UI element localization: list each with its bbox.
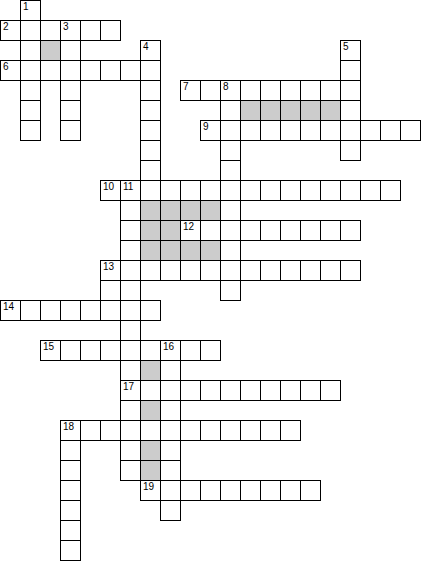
letter-cell-r21-c8[interactable] — [160, 420, 181, 441]
blocked-cell-r5-c14 — [280, 100, 301, 121]
letter-cell-r7-c17[interactable] — [340, 140, 361, 161]
letter-cell-r9-c11[interactable] — [220, 180, 241, 201]
clue-number-8: 8 — [223, 82, 229, 92]
letter-cell-r2-c3[interactable] — [60, 40, 81, 61]
letter-cell-r3-c7[interactable] — [140, 60, 161, 81]
letter-cell-r9-c9[interactable] — [180, 180, 201, 201]
letter-cell-r5-c3[interactable] — [60, 100, 81, 121]
letter-cell-r14-c11[interactable] — [220, 280, 241, 301]
letter-cell-r6-c15[interactable] — [300, 120, 321, 141]
letter-cell-r12-c6[interactable] — [120, 240, 141, 261]
letter-cell-r15-c1[interactable] — [20, 300, 41, 321]
letter-cell-r19-c12[interactable] — [240, 380, 261, 401]
letter-cell-r24-c10[interactable] — [200, 480, 221, 501]
letter-cell-r13-c11[interactable] — [220, 260, 241, 281]
letter-cell-r11-c10[interactable] — [200, 220, 221, 241]
letter-cell-r4-c7[interactable] — [140, 80, 161, 101]
letter-cell-r21-c12[interactable] — [240, 420, 261, 441]
letter-cell-r24-c11[interactable] — [220, 480, 241, 501]
letter-cell-r7-c7[interactable] — [140, 140, 161, 161]
letter-cell-r22-c6[interactable] — [120, 440, 141, 461]
clue-number-16: 16 — [163, 342, 174, 352]
letter-cell-r5-c11[interactable] — [220, 100, 241, 121]
letter-cell-r13-c7[interactable] — [140, 260, 161, 281]
clue-number-7: 7 — [183, 82, 189, 92]
letter-cell-r9-c13[interactable] — [260, 180, 281, 201]
letter-cell-r9-c7[interactable] — [140, 180, 161, 201]
letter-cell-r10-c6[interactable] — [120, 200, 141, 221]
clue-number-19: 19 — [143, 482, 154, 492]
letter-cell-r5-c7[interactable] — [140, 100, 161, 121]
letter-cell-r9-c12[interactable] — [240, 180, 261, 201]
letter-cell-r4-c11[interactable]: 8 — [220, 80, 241, 101]
letter-cell-r23-c3[interactable] — [60, 460, 81, 481]
clue-number-14: 14 — [3, 302, 14, 312]
letter-cell-r9-c16[interactable] — [320, 180, 341, 201]
blocked-cell-r11-c7 — [140, 220, 161, 241]
letter-cell-r19-c16[interactable] — [320, 380, 341, 401]
letter-cell-r21-c9[interactable] — [180, 420, 201, 441]
letter-cell-r17-c9[interactable] — [180, 340, 201, 361]
clue-number-3: 3 — [63, 22, 69, 32]
letter-cell-r6-c1[interactable] — [20, 120, 41, 141]
clue-number-1: 1 — [23, 2, 29, 12]
blocked-cell-r2-c2 — [40, 40, 61, 61]
letter-cell-r17-c6[interactable] — [120, 340, 141, 361]
letter-cell-r3-c4[interactable] — [80, 60, 101, 81]
letter-cell-r15-c6[interactable] — [120, 300, 141, 321]
blocked-cell-r5-c15 — [300, 100, 321, 121]
letter-cell-r24-c14[interactable] — [280, 480, 301, 501]
letter-cell-r1-c5[interactable] — [100, 20, 121, 41]
letter-cell-r11-c14[interactable] — [280, 220, 301, 241]
letter-cell-r4-c9[interactable]: 7 — [180, 80, 201, 101]
letter-cell-r6-c19[interactable] — [380, 120, 401, 141]
letter-cell-r7-c11[interactable] — [220, 140, 241, 161]
letter-cell-r23-c6[interactable] — [120, 460, 141, 481]
letter-cell-r20-c6[interactable] — [120, 400, 141, 421]
letter-cell-r11-c11[interactable] — [220, 220, 241, 241]
letter-cell-r6-c12[interactable] — [240, 120, 261, 141]
letter-cell-r24-c13[interactable] — [260, 480, 281, 501]
letter-cell-r2-c7[interactable]: 4 — [140, 40, 161, 61]
letter-cell-r21-c3[interactable]: 18 — [60, 420, 81, 441]
letter-cell-r24-c3[interactable] — [60, 480, 81, 501]
letter-cell-r21-c10[interactable] — [200, 420, 221, 441]
blocked-cell-r5-c16 — [320, 100, 341, 121]
letter-cell-r4-c17[interactable] — [340, 80, 361, 101]
clue-number-6: 6 — [3, 62, 9, 72]
letter-cell-r14-c6[interactable] — [120, 280, 141, 301]
letter-cell-r13-c17[interactable] — [340, 260, 361, 281]
letter-cell-r25-c8[interactable] — [160, 500, 181, 521]
letter-cell-r13-c6[interactable] — [120, 260, 141, 281]
letter-cell-r11-c6[interactable] — [120, 220, 141, 241]
letter-cell-r2-c17[interactable]: 5 — [340, 40, 361, 61]
letter-cell-r13-c15[interactable] — [300, 260, 321, 281]
letter-cell-r11-c16[interactable] — [320, 220, 341, 241]
letter-cell-r19-c8[interactable] — [160, 380, 181, 401]
letter-cell-r15-c5[interactable] — [100, 300, 121, 321]
clue-number-5: 5 — [343, 42, 349, 52]
letter-cell-r11-c15[interactable] — [300, 220, 321, 241]
letter-cell-r13-c10[interactable] — [200, 260, 221, 281]
letter-cell-r18-c8[interactable] — [160, 360, 181, 381]
letter-cell-r12-c11[interactable] — [220, 240, 241, 261]
letter-cell-r17-c3[interactable] — [60, 340, 81, 361]
letter-cell-r8-c7[interactable] — [140, 160, 161, 181]
letter-cell-r9-c15[interactable] — [300, 180, 321, 201]
letter-cell-r4-c13[interactable] — [260, 80, 281, 101]
letter-cell-r6-c10[interactable]: 9 — [200, 120, 221, 141]
letter-cell-r1-c4[interactable] — [80, 20, 101, 41]
letter-cell-r19-c13[interactable] — [260, 380, 281, 401]
letter-cell-r1-c2[interactable] — [40, 20, 61, 41]
letter-cell-r6-c18[interactable] — [360, 120, 381, 141]
letter-cell-r3-c2[interactable] — [40, 60, 61, 81]
letter-cell-r22-c8[interactable] — [160, 440, 181, 461]
letter-cell-r21-c5[interactable] — [100, 420, 121, 441]
letter-cell-r11-c13[interactable] — [260, 220, 281, 241]
letter-cell-r6-c11[interactable] — [220, 120, 241, 141]
blocked-cell-r11-c8 — [160, 220, 181, 241]
letter-cell-r21-c11[interactable] — [220, 420, 241, 441]
blocked-cell-r5-c13 — [260, 100, 281, 121]
letter-cell-r15-c2[interactable] — [40, 300, 61, 321]
letter-cell-r17-c10[interactable] — [200, 340, 221, 361]
letter-cell-r9-c5[interactable]: 10 — [100, 180, 121, 201]
letter-cell-r9-c8[interactable] — [160, 180, 181, 201]
letter-cell-r24-c8[interactable] — [160, 480, 181, 501]
letter-cell-r19-c10[interactable] — [200, 380, 221, 401]
letter-cell-r8-c11[interactable] — [220, 160, 241, 181]
letter-cell-r17-c5[interactable] — [100, 340, 121, 361]
letter-cell-r18-c6[interactable] — [120, 360, 141, 381]
letter-cell-r21-c14[interactable] — [280, 420, 301, 441]
letter-cell-r6-c16[interactable] — [320, 120, 341, 141]
letter-cell-r15-c0[interactable]: 14 — [0, 300, 21, 321]
letter-cell-r15-c7[interactable] — [140, 300, 161, 321]
letter-cell-r24-c7[interactable]: 19 — [140, 480, 161, 501]
letter-cell-r21-c4[interactable] — [80, 420, 101, 441]
letter-cell-r1-c1[interactable] — [20, 20, 41, 41]
blocked-cell-r12-c8 — [160, 240, 181, 261]
blocked-cell-r12-c9 — [180, 240, 201, 261]
letter-cell-r19-c9[interactable] — [180, 380, 201, 401]
blocked-cell-r18-c7 — [140, 360, 161, 381]
letter-cell-r24-c12[interactable] — [240, 480, 261, 501]
letter-cell-r2-c1[interactable] — [20, 40, 41, 61]
letter-cell-r19-c11[interactable] — [220, 380, 241, 401]
letter-cell-r13-c9[interactable] — [180, 260, 201, 281]
letter-cell-r17-c8[interactable]: 16 — [160, 340, 181, 361]
letter-cell-r13-c13[interactable] — [260, 260, 281, 281]
letter-cell-r5-c1[interactable] — [20, 100, 41, 121]
blocked-cell-r12-c10 — [200, 240, 221, 261]
letter-cell-r3-c17[interactable] — [340, 60, 361, 81]
letter-cell-r13-c14[interactable] — [280, 260, 301, 281]
letter-cell-r17-c4[interactable] — [80, 340, 101, 361]
clue-number-2: 2 — [3, 22, 9, 32]
blocked-cell-r20-c7 — [140, 400, 161, 421]
letter-cell-r19-c6[interactable]: 17 — [120, 380, 141, 401]
letter-cell-r9-c14[interactable] — [280, 180, 301, 201]
letter-cell-r6-c7[interactable] — [140, 120, 161, 141]
clue-number-15: 15 — [43, 342, 54, 352]
letter-cell-r13-c12[interactable] — [240, 260, 261, 281]
letter-cell-r16-c6[interactable] — [120, 320, 141, 341]
letter-cell-r3-c1[interactable] — [20, 60, 41, 81]
letter-cell-r6-c13[interactable] — [260, 120, 281, 141]
blocked-cell-r5-c12 — [240, 100, 261, 121]
letter-cell-r13-c5[interactable]: 13 — [100, 260, 121, 281]
letter-cell-r6-c17[interactable] — [340, 120, 361, 141]
blocked-cell-r22-c7 — [140, 440, 161, 461]
letter-cell-r1-c0[interactable]: 2 — [0, 20, 21, 41]
letter-cell-r6-c3[interactable] — [60, 120, 81, 141]
letter-cell-r19-c7[interactable] — [140, 380, 161, 401]
letter-cell-r4-c12[interactable] — [240, 80, 261, 101]
clue-number-18: 18 — [63, 422, 74, 432]
clue-number-10: 10 — [103, 182, 114, 192]
clue-number-11: 11 — [123, 182, 133, 192]
letter-cell-r5-c17[interactable] — [340, 100, 361, 121]
letter-cell-r3-c3[interactable] — [60, 60, 81, 81]
letter-cell-r9-c19[interactable] — [380, 180, 401, 201]
letter-cell-r23-c8[interactable] — [160, 460, 181, 481]
clue-number-4: 4 — [143, 42, 149, 52]
letter-cell-r26-c3[interactable] — [60, 520, 81, 541]
letter-cell-r13-c8[interactable] — [160, 260, 181, 281]
letter-cell-r3-c5[interactable] — [100, 60, 121, 81]
letter-cell-r22-c3[interactable] — [60, 440, 81, 461]
letter-cell-r0-c1[interactable]: 1 — [20, 0, 41, 21]
letter-cell-r21-c6[interactable] — [120, 420, 141, 441]
letter-cell-r14-c5[interactable] — [100, 280, 121, 301]
clue-number-13: 13 — [103, 262, 114, 272]
letter-cell-r21-c7[interactable] — [140, 420, 161, 441]
blocked-cell-r12-c7 — [140, 240, 161, 261]
letter-cell-r19-c15[interactable] — [300, 380, 321, 401]
letter-cell-r1-c3[interactable]: 3 — [60, 20, 81, 41]
blocked-cell-r23-c7 — [140, 460, 161, 481]
letter-cell-r11-c12[interactable] — [240, 220, 261, 241]
letter-cell-r4-c14[interactable] — [280, 80, 301, 101]
blocked-cell-r10-c9 — [180, 200, 201, 221]
letter-cell-r4-c10[interactable] — [200, 80, 221, 101]
letter-cell-r4-c3[interactable] — [60, 80, 81, 101]
letter-cell-r25-c3[interactable] — [60, 500, 81, 521]
letter-cell-r27-c3[interactable] — [60, 540, 81, 561]
letter-cell-r13-c16[interactable] — [320, 260, 341, 281]
letter-cell-r17-c2[interactable]: 15 — [40, 340, 61, 361]
letter-cell-r17-c7[interactable] — [140, 340, 161, 361]
letter-cell-r9-c18[interactable] — [360, 180, 381, 201]
letter-cell-r24-c15[interactable] — [300, 480, 321, 501]
letter-cell-r11-c9[interactable]: 12 — [180, 220, 201, 241]
blocked-cell-r10-c10 — [200, 200, 221, 221]
letter-cell-r3-c0[interactable]: 6 — [0, 60, 21, 81]
letter-cell-r9-c10[interactable] — [200, 180, 221, 201]
letter-cell-r20-c8[interactable] — [160, 400, 181, 421]
letter-cell-r10-c11[interactable] — [220, 200, 241, 221]
clue-number-9: 9 — [203, 122, 209, 132]
letter-cell-r4-c1[interactable] — [20, 80, 41, 101]
letter-cell-r21-c13[interactable] — [260, 420, 281, 441]
letter-cell-r9-c17[interactable] — [340, 180, 361, 201]
letter-cell-r11-c17[interactable] — [340, 220, 361, 241]
letter-cell-r9-c6[interactable]: 11 — [120, 180, 141, 201]
letter-cell-r15-c3[interactable] — [60, 300, 81, 321]
letter-cell-r15-c4[interactable] — [80, 300, 101, 321]
blocked-cell-r10-c8 — [160, 200, 181, 221]
clue-number-12: 12 — [183, 222, 194, 232]
letter-cell-r24-c9[interactable] — [180, 480, 201, 501]
letter-cell-r19-c14[interactable] — [280, 380, 301, 401]
letter-cell-r4-c16[interactable] — [320, 80, 341, 101]
letter-cell-r6-c20[interactable] — [400, 120, 421, 141]
crossword-grid: 12345678910111213141516171819 — [0, 0, 421, 561]
blocked-cell-r10-c7 — [140, 200, 161, 221]
letter-cell-r3-c6[interactable] — [120, 60, 141, 81]
letter-cell-r4-c15[interactable] — [300, 80, 321, 101]
letter-cell-r6-c14[interactable] — [280, 120, 301, 141]
clue-number-17: 17 — [123, 382, 134, 392]
